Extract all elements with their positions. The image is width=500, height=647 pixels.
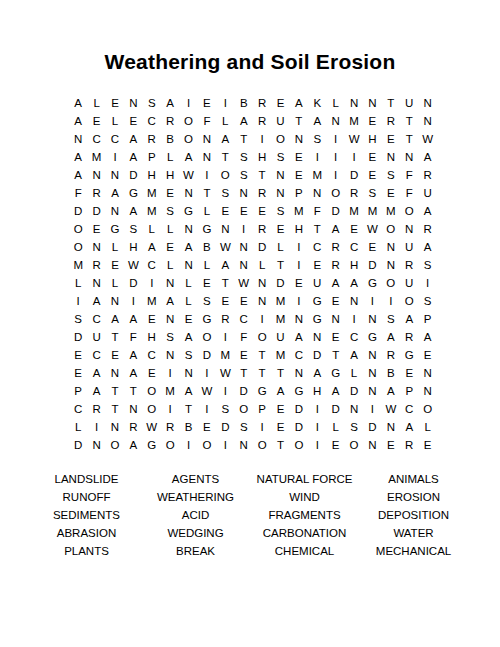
grid-cell[interactable]: C [308, 238, 326, 256]
grid-cell[interactable]: E [326, 436, 344, 454]
grid-cell[interactable]: A [345, 346, 363, 364]
grid-cell[interactable]: W [198, 382, 216, 400]
grid-cell[interactable]: N [345, 292, 363, 310]
grid-cell[interactable]: L [198, 256, 216, 274]
grid-cell[interactable]: T [326, 346, 344, 364]
grid-cell[interactable]: W [345, 130, 363, 148]
grid-cell[interactable]: S [69, 310, 87, 328]
grid-cell[interactable]: N [235, 238, 253, 256]
grid-cell[interactable]: R [400, 328, 418, 346]
grid-cell[interactable]: E [363, 238, 381, 256]
grid-cell[interactable]: I [345, 310, 363, 328]
grid-cell[interactable]: A [69, 166, 87, 184]
grid-cell[interactable]: P [69, 382, 87, 400]
grid-cell[interactable]: A [326, 220, 344, 238]
grid-cell[interactable]: A [271, 382, 289, 400]
grid-cell[interactable]: S [143, 94, 161, 112]
grid-cell[interactable]: E [326, 292, 344, 310]
grid-cell[interactable]: N [106, 166, 124, 184]
grid-cell[interactable]: D [87, 202, 105, 220]
grid-cell[interactable]: S [179, 346, 197, 364]
grid-cell[interactable]: A [216, 130, 234, 148]
grid-cell[interactable]: S [382, 166, 400, 184]
grid-cell[interactable]: D [69, 328, 87, 346]
grid-cell[interactable]: O [198, 328, 216, 346]
grid-cell[interactable]: R [400, 436, 418, 454]
grid-cell[interactable]: E [106, 256, 124, 274]
grid-cell[interactable]: E [418, 346, 436, 364]
grid-cell[interactable]: F [400, 166, 418, 184]
grid-cell[interactable]: N [179, 364, 197, 382]
grid-cell[interactable]: L [106, 238, 124, 256]
grid-cell[interactable]: E [382, 184, 400, 202]
grid-cell[interactable]: N [179, 220, 197, 238]
grid-cell[interactable]: G [106, 220, 124, 238]
grid-cell[interactable]: C [345, 328, 363, 346]
grid-cell[interactable]: W [235, 274, 253, 292]
grid-cell[interactable]: L [106, 274, 124, 292]
grid-cell[interactable]: W [124, 256, 142, 274]
grid-cell[interactable]: R [253, 94, 271, 112]
grid-cell[interactable]: R [216, 310, 234, 328]
grid-cell[interactable]: L [69, 418, 87, 436]
grid-cell[interactable]: L [106, 112, 124, 130]
grid-cell[interactable]: H [345, 256, 363, 274]
grid-cell[interactable]: R [345, 184, 363, 202]
grid-cell[interactable]: R [382, 346, 400, 364]
grid-cell[interactable]: S [382, 310, 400, 328]
grid-cell[interactable]: D [69, 202, 87, 220]
grid-cell[interactable]: C [87, 310, 105, 328]
grid-cell[interactable]: L [253, 256, 271, 274]
grid-cell[interactable]: N [418, 94, 436, 112]
grid-cell[interactable]: O [235, 400, 253, 418]
grid-cell[interactable]: N [418, 382, 436, 400]
grid-cell[interactable]: A [161, 292, 179, 310]
grid-cell[interactable]: E [308, 256, 326, 274]
grid-cell[interactable]: E [326, 328, 344, 346]
grid-cell[interactable]: T [400, 130, 418, 148]
grid-cell[interactable]: T [106, 328, 124, 346]
grid-cell[interactable]: F [124, 328, 142, 346]
grid-cell[interactable]: I [290, 292, 308, 310]
grid-cell[interactable]: N [363, 310, 381, 328]
grid-cell[interactable]: N [308, 184, 326, 202]
grid-cell[interactable]: D [326, 400, 344, 418]
grid-cell[interactable]: A [400, 310, 418, 328]
grid-cell[interactable]: E [87, 112, 105, 130]
grid-cell[interactable]: M [143, 184, 161, 202]
grid-cell[interactable]: G [290, 382, 308, 400]
grid-cell[interactable]: N [124, 94, 142, 112]
grid-cell[interactable]: I [198, 166, 216, 184]
grid-cell[interactable]: E [363, 112, 381, 130]
grid-cell[interactable]: F [400, 184, 418, 202]
grid-cell[interactable]: I [290, 256, 308, 274]
grid-cell[interactable]: H [363, 130, 381, 148]
grid-cell[interactable]: W [382, 400, 400, 418]
grid-cell[interactable]: F [198, 112, 216, 130]
grid-cell[interactable]: I [290, 238, 308, 256]
grid-cell[interactable]: N [400, 220, 418, 238]
grid-cell[interactable]: E [418, 436, 436, 454]
grid-cell[interactable]: A [290, 94, 308, 112]
grid-cell[interactable]: A [69, 148, 87, 166]
grid-cell[interactable]: R [253, 184, 271, 202]
grid-cell[interactable]: O [382, 274, 400, 292]
grid-cell[interactable]: U [271, 328, 289, 346]
grid-cell[interactable]: E [271, 400, 289, 418]
grid-cell[interactable]: C [69, 400, 87, 418]
grid-cell[interactable]: I [326, 130, 344, 148]
grid-cell[interactable]: E [253, 202, 271, 220]
grid-cell[interactable]: N [271, 184, 289, 202]
grid-cell[interactable]: H [143, 166, 161, 184]
grid-cell[interactable]: E [271, 220, 289, 238]
grid-cell[interactable]: B [179, 418, 197, 436]
grid-cell[interactable]: T [124, 382, 142, 400]
grid-cell[interactable]: C [143, 112, 161, 130]
grid-cell[interactable]: U [418, 184, 436, 202]
grid-cell[interactable]: A [124, 130, 142, 148]
grid-cell[interactable]: E [161, 184, 179, 202]
grid-cell[interactable]: O [198, 436, 216, 454]
grid-cell[interactable]: W [418, 130, 436, 148]
grid-cell[interactable]: I [124, 292, 142, 310]
grid-cell[interactable]: U [308, 274, 326, 292]
grid-cell[interactable]: I [198, 364, 216, 382]
grid-cell[interactable]: L [161, 256, 179, 274]
grid-cell[interactable]: N [179, 184, 197, 202]
grid-cell[interactable]: M [382, 202, 400, 220]
grid-cell[interactable]: G [400, 346, 418, 364]
grid-cell[interactable]: I [308, 148, 326, 166]
grid-cell[interactable]: D [253, 238, 271, 256]
grid-cell[interactable]: A [308, 112, 326, 130]
grid-cell[interactable]: L [87, 94, 105, 112]
grid-cell[interactable]: T [271, 364, 289, 382]
grid-cell[interactable]: A [124, 364, 142, 382]
grid-cell[interactable]: A [106, 310, 124, 328]
grid-cell[interactable]: E [400, 364, 418, 382]
grid-cell[interactable]: T [271, 436, 289, 454]
grid-cell[interactable]: M [290, 202, 308, 220]
grid-cell[interactable]: O [143, 400, 161, 418]
grid-cell[interactable]: N [235, 436, 253, 454]
grid-cell[interactable]: T [179, 400, 197, 418]
grid-cell[interactable]: C [143, 256, 161, 274]
grid-cell[interactable]: L [69, 274, 87, 292]
grid-cell[interactable]: I [253, 418, 271, 436]
grid-cell[interactable]: E [216, 202, 234, 220]
grid-cell[interactable]: N [363, 94, 381, 112]
grid-cell[interactable]: C [106, 130, 124, 148]
grid-cell[interactable]: M [345, 112, 363, 130]
grid-cell[interactable]: D [124, 166, 142, 184]
grid-cell[interactable]: D [290, 400, 308, 418]
grid-cell[interactable]: N [290, 364, 308, 382]
grid-cell[interactable]: O [216, 166, 234, 184]
grid-cell[interactable]: M [143, 202, 161, 220]
grid-cell[interactable]: I [179, 436, 197, 454]
grid-cell[interactable]: E [363, 166, 381, 184]
grid-cell[interactable]: O [290, 436, 308, 454]
grid-cell[interactable]: T [253, 346, 271, 364]
grid-cell[interactable]: L [326, 418, 344, 436]
grid-cell[interactable]: L [345, 364, 363, 382]
grid-cell[interactable]: F [308, 202, 326, 220]
grid-cell[interactable]: L [326, 94, 344, 112]
grid-cell[interactable]: A [326, 274, 344, 292]
grid-cell[interactable]: A [216, 256, 234, 274]
grid-cell[interactable]: M [271, 346, 289, 364]
grid-cell[interactable]: A [179, 382, 197, 400]
grid-cell[interactable]: E [124, 112, 142, 130]
grid-cell[interactable]: N [124, 400, 142, 418]
grid-cell[interactable]: G [143, 436, 161, 454]
grid-cell[interactable]: T [235, 130, 253, 148]
grid-cell[interactable]: N [382, 238, 400, 256]
grid-cell[interactable]: A [345, 274, 363, 292]
grid-cell[interactable]: D [345, 166, 363, 184]
grid-cell[interactable]: L [179, 274, 197, 292]
grid-cell[interactable]: C [400, 400, 418, 418]
grid-cell[interactable]: R [253, 112, 271, 130]
grid-cell[interactable]: M [69, 256, 87, 274]
grid-cell[interactable]: E [143, 310, 161, 328]
grid-cell[interactable]: O [69, 238, 87, 256]
grid-cell[interactable]: M [271, 292, 289, 310]
grid-cell[interactable]: A [400, 418, 418, 436]
grid-cell[interactable]: T [382, 94, 400, 112]
grid-cell[interactable]: K [308, 94, 326, 112]
grid-cell[interactable]: E [290, 148, 308, 166]
grid-cell[interactable]: E [382, 436, 400, 454]
grid-cell[interactable]: M [345, 202, 363, 220]
grid-cell[interactable]: R [161, 112, 179, 130]
grid-cell[interactable]: P [143, 148, 161, 166]
grid-cell[interactable]: P [290, 184, 308, 202]
grid-cell[interactable]: E [161, 238, 179, 256]
grid-cell[interactable]: R [400, 256, 418, 274]
grid-cell[interactable]: E [179, 310, 197, 328]
grid-cell[interactable]: E [143, 364, 161, 382]
grid-cell[interactable]: A [179, 148, 197, 166]
grid-cell[interactable]: N [363, 364, 381, 382]
grid-cell[interactable]: R [87, 400, 105, 418]
grid-cell[interactable]: N [290, 130, 308, 148]
grid-cell[interactable]: T [290, 112, 308, 130]
grid-cell[interactable]: I [216, 436, 234, 454]
grid-cell[interactable]: D [363, 418, 381, 436]
grid-cell[interactable]: B [382, 364, 400, 382]
grid-cell[interactable]: U [400, 94, 418, 112]
grid-cell[interactable]: N [198, 130, 216, 148]
grid-cell[interactable]: I [326, 148, 344, 166]
grid-cell[interactable]: R [87, 256, 105, 274]
grid-cell[interactable]: I [87, 418, 105, 436]
grid-cell[interactable]: N [69, 130, 87, 148]
grid-cell[interactable]: N [418, 112, 436, 130]
grid-cell[interactable]: G [198, 310, 216, 328]
grid-cell[interactable]: T [198, 184, 216, 202]
grid-cell[interactable]: N [308, 328, 326, 346]
grid-cell[interactable]: C [290, 346, 308, 364]
grid-cell[interactable]: T [216, 274, 234, 292]
grid-cell[interactable]: D [69, 436, 87, 454]
grid-cell[interactable]: D [235, 382, 253, 400]
grid-cell[interactable]: N [87, 238, 105, 256]
grid-cell[interactable]: O [345, 436, 363, 454]
grid-cell[interactable]: R [382, 112, 400, 130]
grid-cell[interactable]: E [87, 220, 105, 238]
grid-cell[interactable]: S [235, 418, 253, 436]
grid-cell[interactable]: I [253, 130, 271, 148]
grid-cell[interactable]: P [400, 382, 418, 400]
grid-cell[interactable]: E [345, 220, 363, 238]
grid-cell[interactable]: M [308, 166, 326, 184]
grid-cell[interactable]: B [161, 130, 179, 148]
grid-cell[interactable]: O [161, 436, 179, 454]
grid-cell[interactable]: O [326, 184, 344, 202]
grid-cell[interactable]: W [216, 364, 234, 382]
grid-cell[interactable]: I [69, 292, 87, 310]
grid-cell[interactable]: I [143, 274, 161, 292]
grid-cell[interactable]: D [363, 256, 381, 274]
grid-cell[interactable]: N [418, 364, 436, 382]
grid-cell[interactable]: S [216, 184, 234, 202]
grid-cell[interactable]: N [382, 148, 400, 166]
grid-cell[interactable]: G [363, 274, 381, 292]
grid-cell[interactable]: I [363, 292, 381, 310]
grid-cell[interactable]: A [87, 364, 105, 382]
grid-cell[interactable]: M [363, 202, 381, 220]
grid-cell[interactable]: U [400, 238, 418, 256]
grid-cell[interactable]: M [216, 346, 234, 364]
grid-cell[interactable]: E [290, 166, 308, 184]
grid-cell[interactable]: O [69, 220, 87, 238]
grid-cell[interactable]: I [308, 400, 326, 418]
grid-cell[interactable]: I [235, 220, 253, 238]
grid-cell[interactable]: N [326, 310, 344, 328]
grid-cell[interactable]: O [106, 436, 124, 454]
grid-cell[interactable]: N [290, 310, 308, 328]
grid-cell[interactable]: S [418, 256, 436, 274]
grid-cell[interactable]: S [124, 220, 142, 238]
grid-cell[interactable]: O [179, 112, 197, 130]
grid-cell[interactable]: R [253, 220, 271, 238]
grid-cell[interactable]: O [179, 130, 197, 148]
grid-cell[interactable]: R [418, 166, 436, 184]
grid-cell[interactable]: A [418, 238, 436, 256]
grid-cell[interactable]: G [253, 382, 271, 400]
grid-cell[interactable]: T [400, 112, 418, 130]
grid-cell[interactable]: N [363, 436, 381, 454]
grid-cell[interactable]: N [235, 184, 253, 202]
grid-cell[interactable]: N [363, 346, 381, 364]
grid-cell[interactable]: S [235, 148, 253, 166]
grid-cell[interactable]: I [216, 382, 234, 400]
grid-cell[interactable]: A [179, 238, 197, 256]
grid-cell[interactable]: S [161, 328, 179, 346]
grid-cell[interactable]: T [235, 364, 253, 382]
grid-cell[interactable]: E [235, 292, 253, 310]
grid-cell[interactable]: N [271, 166, 289, 184]
grid-cell[interactable]: A [382, 382, 400, 400]
grid-cell[interactable]: L [271, 238, 289, 256]
grid-cell[interactable]: A [69, 94, 87, 112]
grid-cell[interactable]: N [106, 202, 124, 220]
grid-cell[interactable]: N [345, 400, 363, 418]
grid-cell[interactable]: N [198, 148, 216, 166]
grid-cell[interactable]: L [161, 148, 179, 166]
grid-cell[interactable]: U [271, 112, 289, 130]
grid-cell[interactable]: A [235, 112, 253, 130]
grid-cell[interactable]: A [87, 382, 105, 400]
grid-cell[interactable]: M [161, 382, 179, 400]
grid-cell[interactable]: D [308, 346, 326, 364]
grid-cell[interactable]: N [161, 274, 179, 292]
grid-cell[interactable]: I [161, 364, 179, 382]
grid-cell[interactable]: S [198, 292, 216, 310]
grid-cell[interactable]: N [87, 274, 105, 292]
grid-cell[interactable]: O [382, 220, 400, 238]
grid-cell[interactable]: D [326, 202, 344, 220]
grid-cell[interactable]: L [198, 202, 216, 220]
grid-cell[interactable]: T [308, 220, 326, 238]
grid-cell[interactable]: T [106, 382, 124, 400]
grid-cell[interactable]: I [418, 274, 436, 292]
grid-cell[interactable]: A [106, 184, 124, 202]
grid-cell[interactable]: G [363, 328, 381, 346]
grid-cell[interactable]: E [235, 202, 253, 220]
grid-cell[interactable]: D [345, 382, 363, 400]
grid-cell[interactable]: O [143, 382, 161, 400]
grid-cell[interactable]: E [198, 94, 216, 112]
grid-cell[interactable]: C [87, 346, 105, 364]
grid-cell[interactable]: O [253, 328, 271, 346]
grid-cell[interactable]: U [87, 328, 105, 346]
grid-cell[interactable]: A [418, 202, 436, 220]
grid-cell[interactable]: L [418, 418, 436, 436]
grid-cell[interactable]: R [143, 130, 161, 148]
grid-cell[interactable]: R [418, 220, 436, 238]
grid-cell[interactable]: H [253, 148, 271, 166]
grid-cell[interactable]: S [216, 400, 234, 418]
grid-cell[interactable]: G [198, 220, 216, 238]
grid-cell[interactable]: M [87, 148, 105, 166]
grid-cell[interactable]: T [216, 148, 234, 166]
grid-cell[interactable]: O [271, 130, 289, 148]
grid-cell[interactable]: I [345, 148, 363, 166]
grid-cell[interactable]: C [143, 346, 161, 364]
grid-cell[interactable]: O [400, 202, 418, 220]
grid-cell[interactable]: E [290, 274, 308, 292]
grid-cell[interactable]: H [161, 166, 179, 184]
grid-cell[interactable]: I [179, 94, 197, 112]
grid-cell[interactable]: A [418, 328, 436, 346]
grid-cell[interactable]: D [216, 418, 234, 436]
grid-cell[interactable]: E [382, 130, 400, 148]
grid-cell[interactable]: D [124, 274, 142, 292]
grid-cell[interactable]: W [179, 166, 197, 184]
grid-cell[interactable]: A [124, 346, 142, 364]
grid-cell[interactable]: N [253, 292, 271, 310]
grid-cell[interactable]: I [253, 310, 271, 328]
grid-cell[interactable]: D [271, 274, 289, 292]
grid-cell[interactable]: L [216, 112, 234, 130]
grid-cell[interactable]: E [69, 364, 87, 382]
